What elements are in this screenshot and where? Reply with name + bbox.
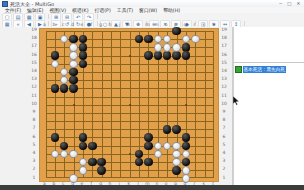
- grid-cell: [83, 97, 92, 105]
- coord-label: 18: [221, 36, 227, 41]
- grid-cell: [92, 64, 101, 72]
- grid-cell: [120, 113, 129, 121]
- grid-cell: [177, 72, 186, 80]
- grid-cell: [139, 80, 148, 88]
- grid-cell: [111, 170, 120, 178]
- grid-cell: [158, 97, 167, 105]
- coord-label: 2: [223, 167, 226, 172]
- black-stone: [79, 60, 87, 68]
- black-stone: [69, 84, 77, 92]
- grid-cell: [205, 88, 214, 96]
- grid-cell: [158, 72, 167, 80]
- coord-label: k: [127, 23, 130, 28]
- grid-cell: [111, 39, 120, 47]
- white-stone: [69, 51, 77, 59]
- grid-cell: [195, 154, 204, 162]
- white-stone: [163, 43, 171, 51]
- coord-label: 1: [223, 175, 226, 180]
- white-stone: [154, 43, 162, 51]
- grid-cell: [177, 105, 186, 113]
- black-stone: [88, 142, 96, 150]
- grid-cell: [55, 170, 64, 178]
- grid-cell: [130, 88, 139, 96]
- star-point: [129, 153, 131, 155]
- tree-node-icon: [235, 66, 242, 73]
- grid-cell: [55, 113, 64, 121]
- grid-cell: [130, 56, 139, 64]
- coord-label: 16: [31, 52, 37, 57]
- coord-label: 3: [33, 159, 36, 164]
- star-point: [73, 104, 75, 106]
- grid-cell: [111, 97, 120, 105]
- grid-cell: [195, 113, 204, 121]
- grid-cell: [139, 88, 148, 96]
- grid-cell: [195, 64, 204, 72]
- coord-label: 10: [221, 102, 227, 107]
- grid-cell: [186, 113, 195, 121]
- white-stone: [51, 60, 59, 68]
- grid-cell: [177, 80, 186, 88]
- grid-cell: [130, 105, 139, 113]
- grid-cell: [195, 72, 204, 80]
- coord-label: m: [145, 23, 149, 28]
- grid-cell: [167, 113, 176, 121]
- grid-cell: [46, 170, 55, 178]
- coord-label: 15: [31, 61, 37, 66]
- grid-cell: [205, 72, 214, 80]
- grid-cell: [46, 31, 55, 39]
- coord-label: 8: [33, 118, 36, 123]
- grid-cell: [148, 97, 157, 105]
- black-stone: [172, 27, 180, 35]
- grid-cell: [205, 97, 214, 105]
- grid-cell: [205, 47, 214, 55]
- grid-cell: [195, 162, 204, 170]
- grid-cell: [64, 105, 73, 113]
- grid-cell: [111, 121, 120, 129]
- mouse-cursor: [233, 96, 240, 106]
- grid-cell: [102, 97, 111, 105]
- side-panel: 基本死活：黑先白死: [234, 27, 304, 185]
- grid-cell: [92, 56, 101, 64]
- coord-label: 12: [31, 85, 37, 90]
- grid-cell: [102, 146, 111, 154]
- grid-cell: [64, 113, 73, 121]
- coord-label: r: [193, 23, 195, 28]
- grid-cell: [205, 31, 214, 39]
- grid-cell: [102, 47, 111, 55]
- grid-cell: [111, 162, 120, 170]
- grid-cell: [46, 72, 55, 80]
- grid-cell: [195, 56, 204, 64]
- grid-cell: [120, 39, 129, 47]
- black-stone: [172, 125, 180, 133]
- grid-cell: [148, 113, 157, 121]
- coord-label: 6: [223, 134, 226, 139]
- grid-cell: [167, 97, 176, 105]
- grid-cell: [92, 88, 101, 96]
- grid-cell: [139, 64, 148, 72]
- coord-label: q: [184, 23, 187, 28]
- black-stone: [182, 51, 190, 59]
- grid-cell: [177, 113, 186, 121]
- black-stone: [144, 35, 152, 43]
- grid-cell: [148, 80, 157, 88]
- game-tree-pane[interactable]: 基本死活：黑先白死: [234, 64, 304, 185]
- grid-cell: [120, 56, 129, 64]
- coord-label: 7: [223, 126, 226, 131]
- grid-cell: [205, 105, 214, 113]
- grid-cell: [111, 129, 120, 137]
- grid-cell: [102, 39, 111, 47]
- grid-cell: [167, 80, 176, 88]
- coord-label: 5: [223, 143, 226, 148]
- grid-cell: [186, 97, 195, 105]
- selected-tree-item[interactable]: 基本死活：黑先白死: [243, 66, 286, 73]
- grid-cell: [148, 105, 157, 113]
- coord-label: 17: [31, 44, 37, 49]
- grid-cell: [148, 88, 157, 96]
- grid-cell: [120, 105, 129, 113]
- grid-cell: [120, 31, 129, 39]
- coord-label: 19: [221, 28, 227, 33]
- grid-cell: [139, 121, 148, 129]
- grid-cell: [92, 97, 101, 105]
- black-stone: [182, 43, 190, 51]
- grid-cell: [111, 31, 120, 39]
- grid-cell: [205, 162, 214, 170]
- grid-cell: [74, 105, 83, 113]
- coord-label: 17: [221, 44, 227, 49]
- grid-cell: [186, 88, 195, 96]
- grid-cell: [46, 121, 55, 129]
- coord-label: 13: [221, 77, 227, 82]
- grid-cell: [92, 80, 101, 88]
- white-stone: [79, 166, 87, 174]
- grid-cell: [158, 162, 167, 170]
- grid-cell: [130, 64, 139, 72]
- black-stone: [51, 51, 59, 59]
- grid-cell: [64, 121, 73, 129]
- grid-cell: [102, 129, 111, 137]
- coord-label: a: [43, 23, 46, 28]
- grid-cell: [139, 105, 148, 113]
- grid-cell: [102, 56, 111, 64]
- grid-cell: [64, 129, 73, 137]
- black-stone: [144, 133, 152, 141]
- grid-cell: [120, 137, 129, 145]
- grid-cell: [195, 137, 204, 145]
- main-content: 1919181817171616151514141313121211111010…: [0, 27, 304, 185]
- grid-cell: [186, 72, 195, 80]
- white-stone: [182, 166, 190, 174]
- coord-label: e: [81, 23, 84, 28]
- grid-cell: [186, 105, 195, 113]
- grid-cell: [195, 97, 204, 105]
- coord-label: b: [52, 23, 55, 28]
- grid-cell: [167, 64, 176, 72]
- grid-cell: [120, 121, 129, 129]
- coord-label: 8: [223, 118, 226, 123]
- black-stone: [60, 84, 68, 92]
- grid-cell: [205, 121, 214, 129]
- board-pane: 1919181817171616151514141313121211111010…: [0, 27, 232, 185]
- black-stone: [97, 166, 105, 174]
- star-point: [129, 104, 131, 106]
- coord-label: p: [174, 23, 177, 28]
- tree-node-row[interactable]: 基本死活：黑先白死: [235, 66, 286, 73]
- coord-label: 9: [33, 110, 36, 115]
- black-stone: [154, 51, 162, 59]
- grid-cell: [92, 47, 101, 55]
- grid-cell: [130, 72, 139, 80]
- grid-cell: [111, 72, 120, 80]
- coord-label: 13: [31, 77, 37, 82]
- application-window: 死活大全 - MultiGo ─□✕ 文件(F)编辑(E)视图(V)棋谱(K)打…: [0, 0, 304, 190]
- grid-cell: [102, 64, 111, 72]
- grid-cell: [120, 88, 129, 96]
- go-board[interactable]: [39, 28, 219, 182]
- grid-cell: [205, 39, 214, 47]
- grid-cell: [92, 113, 101, 121]
- black-stone: [182, 133, 190, 141]
- grid-cell: [74, 97, 83, 105]
- coord-label: h: [109, 23, 112, 28]
- coord-label: t: [212, 23, 214, 28]
- coord-label: 4: [33, 151, 36, 156]
- coord-label: o: [165, 23, 168, 28]
- grid-cell: [102, 72, 111, 80]
- grid-cell: [92, 129, 101, 137]
- grid-cell: [177, 88, 186, 96]
- white-stone: [154, 142, 162, 150]
- black-stone: [172, 51, 180, 59]
- grid-cell: [205, 64, 214, 72]
- grid-cell: [64, 162, 73, 170]
- grid-cell: [139, 72, 148, 80]
- grid-cell: [195, 80, 204, 88]
- status-bar: [0, 185, 304, 190]
- grid-cell: [74, 121, 83, 129]
- grid-cell: [195, 129, 204, 137]
- black-stone: [79, 133, 87, 141]
- grid-cell: [186, 80, 195, 88]
- grid-cell: [102, 121, 111, 129]
- grid-cell: [102, 137, 111, 145]
- app-icon: [2, 1, 8, 7]
- grid-cell: [55, 105, 64, 113]
- white-stone: [172, 43, 180, 51]
- grid-cell: [111, 47, 120, 55]
- grid-cell: [130, 47, 139, 55]
- coord-label: 7: [33, 126, 36, 131]
- grid-cell: [205, 154, 214, 162]
- white-stone: [69, 60, 77, 68]
- black-stone: [144, 158, 152, 166]
- grid-cell: [139, 113, 148, 121]
- grid-cell: [195, 170, 204, 178]
- grid-cell: [158, 64, 167, 72]
- grid-cell: [148, 170, 157, 178]
- white-stone: [69, 43, 77, 51]
- grid-cell: [120, 154, 129, 162]
- maximize-button[interactable]: □: [285, 0, 294, 7]
- coord-label: j: [119, 23, 120, 28]
- grid-cell: [158, 105, 167, 113]
- coord-label: 11: [31, 93, 37, 98]
- coord-label: 19: [31, 28, 37, 33]
- grid-cell: [92, 72, 101, 80]
- grid-cell: [120, 129, 129, 137]
- grid-cell: [83, 72, 92, 80]
- grid-cell: [120, 80, 129, 88]
- grid-cell: [102, 113, 111, 121]
- window-controls: ─□✕: [276, 0, 303, 7]
- grid-cell: [102, 31, 111, 39]
- grid-cell: [111, 80, 120, 88]
- black-stone: [88, 158, 96, 166]
- grid-cell: [55, 97, 64, 105]
- grid-cell: [46, 113, 55, 121]
- coord-label: n: [155, 23, 158, 28]
- grid-cell: [102, 88, 111, 96]
- star-point: [129, 55, 131, 57]
- grid-cell: [111, 113, 120, 121]
- grid-cell: [46, 39, 55, 47]
- grid-cell: [167, 72, 176, 80]
- black-stone: [69, 68, 77, 76]
- white-stone: [172, 150, 180, 158]
- coord-label: 15: [221, 61, 227, 66]
- grid-cell: [148, 121, 157, 129]
- grid-cell: [205, 113, 214, 121]
- coord-label: 9: [223, 110, 226, 115]
- black-stone: [144, 51, 152, 59]
- coord-label: 14: [31, 69, 37, 74]
- grid-cell: [83, 105, 92, 113]
- grid-cell: [111, 88, 120, 96]
- black-stone: [51, 84, 59, 92]
- grid-cell: [205, 170, 214, 178]
- grid-cell: [92, 121, 101, 129]
- black-stone: [51, 133, 59, 141]
- coord-label: l: [138, 23, 139, 28]
- grid-cell: [46, 162, 55, 170]
- grid-cell: [205, 146, 214, 154]
- coord-label: 11: [221, 93, 227, 98]
- coord-label: 16: [221, 52, 227, 57]
- grid-cell: [167, 88, 176, 96]
- grid-cell: [111, 146, 120, 154]
- grid-cell: [130, 80, 139, 88]
- grid-cell: [148, 64, 157, 72]
- star-point: [185, 104, 187, 106]
- grid-cell: [205, 129, 214, 137]
- coord-label: c: [62, 23, 64, 28]
- grid-cell: [83, 88, 92, 96]
- grid-cell: [83, 80, 92, 88]
- coord-label: 4: [223, 151, 226, 156]
- coord-label: 6: [33, 134, 36, 139]
- grid-cell: [130, 113, 139, 121]
- grid-cell: [186, 64, 195, 72]
- grid-cell: [55, 121, 64, 129]
- grid-cell: [158, 88, 167, 96]
- grid-cell: [83, 121, 92, 129]
- grid-cell: [186, 121, 195, 129]
- coord-label: 5: [33, 143, 36, 148]
- grid-cell: [205, 56, 214, 64]
- grid-cell: [167, 105, 176, 113]
- grid-cell: [205, 137, 214, 145]
- grid-cell: [111, 137, 120, 145]
- grid-cell: [102, 105, 111, 113]
- white-stone: [69, 150, 77, 158]
- grid-cell: [130, 121, 139, 129]
- toolbar-separator: [97, 21, 98, 26]
- grid-cell: [111, 64, 120, 72]
- grid-cell: [92, 39, 101, 47]
- game-info-pane[interactable]: [234, 27, 304, 63]
- grid-cell: [120, 72, 129, 80]
- black-stone: [79, 142, 87, 150]
- grid-cell: [83, 113, 92, 121]
- grid-cell: [195, 105, 204, 113]
- grid-cell: [111, 154, 120, 162]
- black-stone: [144, 142, 152, 150]
- grid-cell: [148, 72, 157, 80]
- coord-label: 2: [33, 167, 36, 172]
- black-stone: [79, 43, 87, 51]
- window-title: 死活大全 - MultiGo: [10, 1, 54, 7]
- grid-cell: [46, 97, 55, 105]
- grid-cell: [130, 129, 139, 137]
- grid-cell: [130, 97, 139, 105]
- grid-cell: [158, 170, 167, 178]
- close-button[interactable]: ✕: [294, 0, 303, 7]
- white-stone: [172, 142, 180, 150]
- coord-label: f: [91, 23, 93, 28]
- grid-cell: [177, 64, 186, 72]
- white-stone: [191, 35, 199, 43]
- coord-label: g: [99, 23, 102, 28]
- grid-cell: [111, 105, 120, 113]
- toolbar-separator: [48, 21, 49, 26]
- toolbar-separator: [97, 14, 98, 19]
- grid-cell: [130, 170, 139, 178]
- toolbar-separator: [244, 21, 245, 26]
- coord-label: 12: [221, 85, 227, 90]
- grid-cell: [195, 47, 204, 55]
- grid-cell: [120, 64, 129, 72]
- minimize-button[interactable]: ─: [276, 0, 285, 7]
- grid-cell: [195, 146, 204, 154]
- black-stone: [163, 125, 171, 133]
- grid-cell: [74, 113, 83, 121]
- black-stone: [172, 166, 180, 174]
- grid-cell: [102, 80, 111, 88]
- grid-cell: [120, 162, 129, 170]
- grid-cell: [205, 80, 214, 88]
- grid-cell: [92, 105, 101, 113]
- coord-label: 3: [223, 159, 226, 164]
- grid-cell: [130, 137, 139, 145]
- black-stone: [79, 51, 87, 59]
- grid-cell: [120, 170, 129, 178]
- grid-cell: [158, 113, 167, 121]
- grid-cell: [158, 80, 167, 88]
- grid-cell: [111, 56, 120, 64]
